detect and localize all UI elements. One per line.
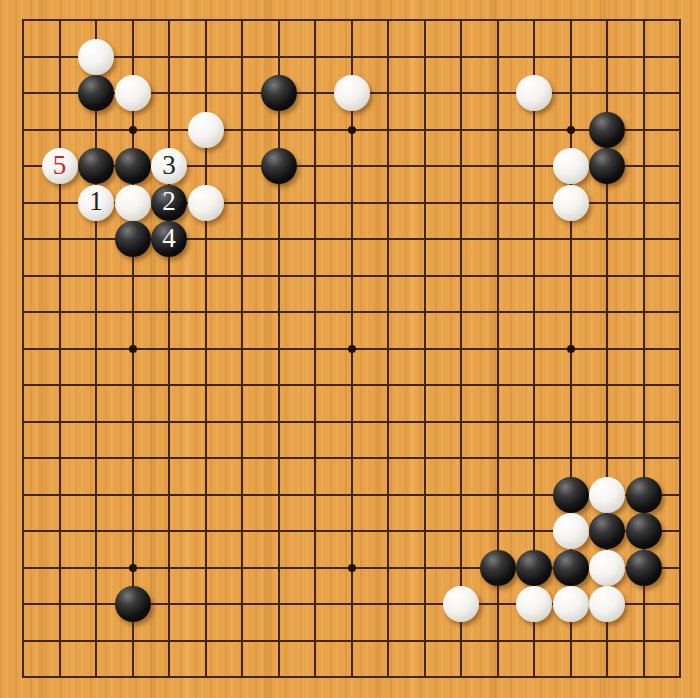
black-stone bbox=[589, 148, 625, 184]
star-point bbox=[348, 345, 356, 353]
black-stone bbox=[626, 477, 662, 513]
black-stone bbox=[516, 550, 552, 586]
star-point bbox=[129, 126, 137, 134]
grid-line-horizontal bbox=[22, 457, 681, 459]
star-point bbox=[567, 126, 575, 134]
white-stone: 3 bbox=[151, 148, 187, 184]
grid-line-horizontal bbox=[22, 676, 681, 678]
white-stone bbox=[188, 112, 224, 148]
black-stone bbox=[78, 148, 114, 184]
star-point bbox=[129, 345, 137, 353]
move-number-label: 4 bbox=[162, 225, 176, 252]
black-stone bbox=[626, 513, 662, 549]
star-point bbox=[129, 564, 137, 572]
white-stone bbox=[589, 586, 625, 622]
grid-line-horizontal bbox=[22, 421, 681, 423]
black-stone bbox=[261, 75, 297, 111]
white-stone bbox=[443, 586, 479, 622]
star-point bbox=[567, 345, 575, 353]
white-stone bbox=[553, 586, 589, 622]
white-stone bbox=[516, 586, 552, 622]
white-stone bbox=[553, 513, 589, 549]
black-stone bbox=[261, 148, 297, 184]
star-point bbox=[348, 564, 356, 572]
grid-line-horizontal bbox=[22, 640, 681, 642]
grid-line-vertical bbox=[679, 19, 681, 678]
white-stone bbox=[334, 75, 370, 111]
black-stone bbox=[553, 550, 589, 586]
black-stone bbox=[553, 477, 589, 513]
star-point bbox=[348, 126, 356, 134]
move-number-label: 2 bbox=[162, 188, 176, 215]
white-stone bbox=[78, 39, 114, 75]
white-stone bbox=[188, 185, 224, 221]
black-stone bbox=[115, 148, 151, 184]
black-stone bbox=[589, 112, 625, 148]
white-stone bbox=[516, 75, 552, 111]
white-stone bbox=[115, 185, 151, 221]
white-stone bbox=[589, 477, 625, 513]
grid-line-vertical bbox=[387, 19, 389, 678]
black-stone bbox=[589, 513, 625, 549]
white-stone bbox=[115, 75, 151, 111]
black-stone: 4 bbox=[151, 221, 187, 257]
white-stone: 5 bbox=[42, 148, 78, 184]
black-stone: 2 bbox=[151, 185, 187, 221]
white-stone bbox=[553, 185, 589, 221]
grid-line-vertical bbox=[460, 19, 462, 678]
move-number-label: 3 bbox=[162, 152, 176, 179]
move-number-label: 1 bbox=[89, 188, 103, 215]
black-stone bbox=[115, 221, 151, 257]
black-stone bbox=[78, 75, 114, 111]
black-stone bbox=[115, 586, 151, 622]
black-stone bbox=[626, 550, 662, 586]
white-stone bbox=[553, 148, 589, 184]
black-stone bbox=[480, 550, 516, 586]
white-stone bbox=[589, 550, 625, 586]
grid-line-horizontal bbox=[22, 384, 681, 386]
white-stone: 1 bbox=[78, 185, 114, 221]
grid-line-vertical bbox=[424, 19, 426, 678]
go-board[interactable]: 53124 bbox=[0, 0, 700, 698]
move-number-label: 5 bbox=[53, 152, 67, 179]
